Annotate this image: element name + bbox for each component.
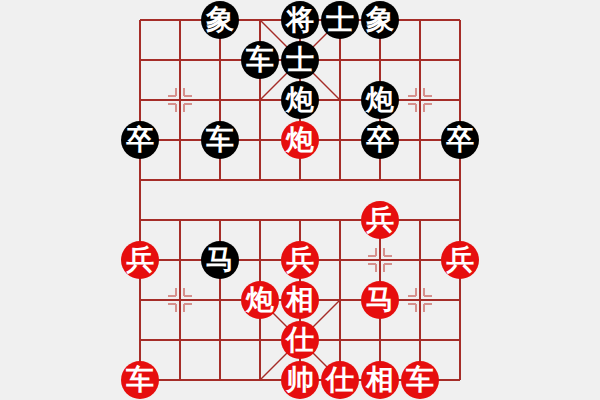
piece-black-elephant[interactable]: 象: [201, 1, 239, 39]
piece-black-advisor[interactable]: 士: [281, 41, 319, 79]
piece-red-elephant[interactable]: 相: [361, 361, 399, 399]
piece-black-horse[interactable]: 马: [201, 241, 239, 279]
piece-red-general[interactable]: 帅: [281, 361, 319, 399]
piece-black-cannon[interactable]: 炮: [361, 81, 399, 119]
piece-black-soldier[interactable]: 卒: [121, 121, 159, 159]
piece-black-chariot[interactable]: 车: [201, 121, 239, 159]
piece-black-soldier[interactable]: 卒: [361, 121, 399, 159]
xiangqi-board: 象将士象车士炮炮卒车炮卒卒兵兵马兵兵炮相马仕车帅仕相车: [0, 0, 600, 400]
piece-red-chariot[interactable]: 车: [121, 361, 159, 399]
piece-red-soldier[interactable]: 兵: [121, 241, 159, 279]
piece-red-soldier[interactable]: 兵: [361, 201, 399, 239]
piece-red-soldier[interactable]: 兵: [441, 241, 479, 279]
piece-red-advisor[interactable]: 仕: [321, 361, 359, 399]
piece-red-chariot[interactable]: 车: [401, 361, 439, 399]
piece-black-chariot[interactable]: 车: [241, 41, 279, 79]
piece-red-horse[interactable]: 马: [361, 281, 399, 319]
piece-red-elephant[interactable]: 相: [281, 281, 319, 319]
piece-black-advisor[interactable]: 士: [321, 1, 359, 39]
piece-red-advisor[interactable]: 仕: [281, 321, 319, 359]
piece-red-cannon[interactable]: 炮: [281, 121, 319, 159]
piece-black-cannon[interactable]: 炮: [281, 81, 319, 119]
piece-red-cannon[interactable]: 炮: [241, 281, 279, 319]
piece-black-elephant[interactable]: 象: [361, 1, 399, 39]
piece-red-soldier[interactable]: 兵: [281, 241, 319, 279]
piece-black-general[interactable]: 将: [281, 1, 319, 39]
piece-black-soldier[interactable]: 卒: [441, 121, 479, 159]
